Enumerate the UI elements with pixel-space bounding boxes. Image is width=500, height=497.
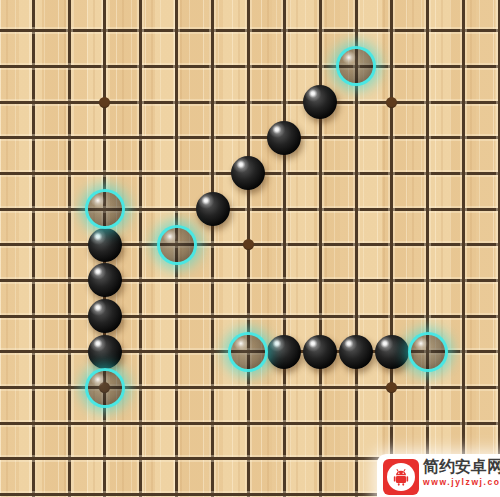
hint-stone[interactable] [339,49,373,83]
hint-stone[interactable] [231,335,265,369]
star-point [386,97,397,108]
grid-line-horizontal [0,65,500,68]
grid-line-horizontal [0,386,500,389]
black-stone [88,228,122,262]
grid-line-horizontal [0,422,500,425]
black-stone [88,335,122,369]
gomoku-board[interactable] [0,0,500,497]
hint-stone[interactable] [411,335,445,369]
grid-line-horizontal [0,315,500,318]
grid-line-vertical [462,0,465,497]
hint-stone[interactable] [88,192,122,226]
grid-line-horizontal [0,29,500,32]
hint-stone[interactable] [88,371,122,405]
grid-line-horizontal [0,136,500,139]
black-stone [375,335,409,369]
watermark-site-name: 简约安卓网 [423,459,500,475]
grid-line-horizontal [0,279,500,282]
star-point [243,239,254,250]
android-icon [383,459,419,495]
black-stone [267,335,301,369]
black-stone [339,335,373,369]
black-stone [303,85,337,119]
watermark-site-url: www.jylzwj.com [423,478,500,487]
watermark-badge[interactable]: 简约安卓网 www.jylzwj.com [377,454,500,497]
black-stone [196,192,230,226]
black-stone [267,121,301,155]
black-stone [88,299,122,333]
star-point [386,382,397,393]
black-stone [303,335,337,369]
black-stone [231,156,265,190]
grid-line-horizontal [0,208,500,211]
black-stone [88,263,122,297]
hint-stone[interactable] [160,228,194,262]
star-point [99,97,110,108]
grid-line-horizontal [0,101,500,104]
